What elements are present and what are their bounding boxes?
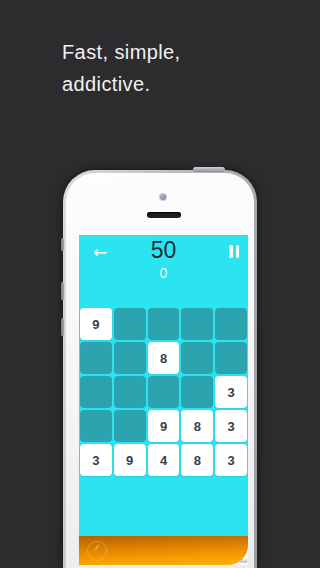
headline: Fast, simple, addictive. xyxy=(62,36,181,100)
grid-cell-r3c3[interactable] xyxy=(148,376,180,408)
grid-cell-r1c3[interactable] xyxy=(148,308,180,340)
power-button xyxy=(193,167,225,172)
grid-cell-r2c5[interactable] xyxy=(215,342,247,374)
grid-cell-r3c5[interactable]: 3 xyxy=(215,376,247,408)
ad-banner[interactable]: Ad xyxy=(79,536,248,565)
grid-cell-r2c3[interactable]: 8 xyxy=(148,342,180,374)
app-store-screenshot: Fast, simple, addictive. ← 50 0 98398339… xyxy=(0,0,320,568)
grid-cell-r1c5[interactable] xyxy=(215,308,247,340)
puzzle-grid: 98398339483 xyxy=(80,308,247,476)
front-camera xyxy=(160,194,166,200)
gauge-icon xyxy=(87,541,107,561)
grid-cell-r1c1[interactable]: 9 xyxy=(80,308,112,340)
game-screen: ← 50 0 98398339483 Ad xyxy=(79,235,248,565)
ad-label: Ad xyxy=(240,558,247,564)
iphone-frame: ← 50 0 98398339483 Ad xyxy=(63,170,257,568)
grid-cell-r2c1[interactable] xyxy=(80,342,112,374)
volume-down-button xyxy=(61,318,64,336)
grid-cell-r2c2[interactable] xyxy=(114,342,146,374)
volume-up-button xyxy=(61,282,64,300)
headline-line2: addictive. xyxy=(62,68,181,100)
grid-cell-r5c4[interactable]: 8 xyxy=(181,444,213,476)
current-score: 0 xyxy=(79,265,248,281)
grid-cell-r5c3[interactable]: 4 xyxy=(148,444,180,476)
earpiece-speaker xyxy=(147,212,181,218)
grid-cell-r5c1[interactable]: 3 xyxy=(80,444,112,476)
headline-line1: Fast, simple, xyxy=(62,36,181,68)
ad-banner-surface xyxy=(79,536,248,565)
grid-cell-r5c2[interactable]: 9 xyxy=(114,444,146,476)
grid-cell-r5c5[interactable]: 3 xyxy=(215,444,247,476)
grid-cell-r1c2[interactable] xyxy=(114,308,146,340)
grid-cell-r4c1[interactable] xyxy=(80,410,112,442)
grid-cell-r3c4[interactable] xyxy=(181,376,213,408)
phone-front-bezel: ← 50 0 98398339483 Ad xyxy=(66,173,254,568)
mute-switch xyxy=(61,238,64,251)
grid-cell-r4c5[interactable]: 3 xyxy=(215,410,247,442)
grid-cell-r1c4[interactable] xyxy=(181,308,213,340)
grid-cell-r3c1[interactable] xyxy=(80,376,112,408)
grid-cell-r2c4[interactable] xyxy=(181,342,213,374)
grid-cell-r4c2[interactable] xyxy=(114,410,146,442)
grid-cell-r4c3[interactable]: 9 xyxy=(148,410,180,442)
grid-cell-r3c2[interactable] xyxy=(114,376,146,408)
target-number: 50 xyxy=(79,237,248,264)
pause-icon[interactable] xyxy=(229,245,239,258)
grid-cell-r4c4[interactable]: 8 xyxy=(181,410,213,442)
